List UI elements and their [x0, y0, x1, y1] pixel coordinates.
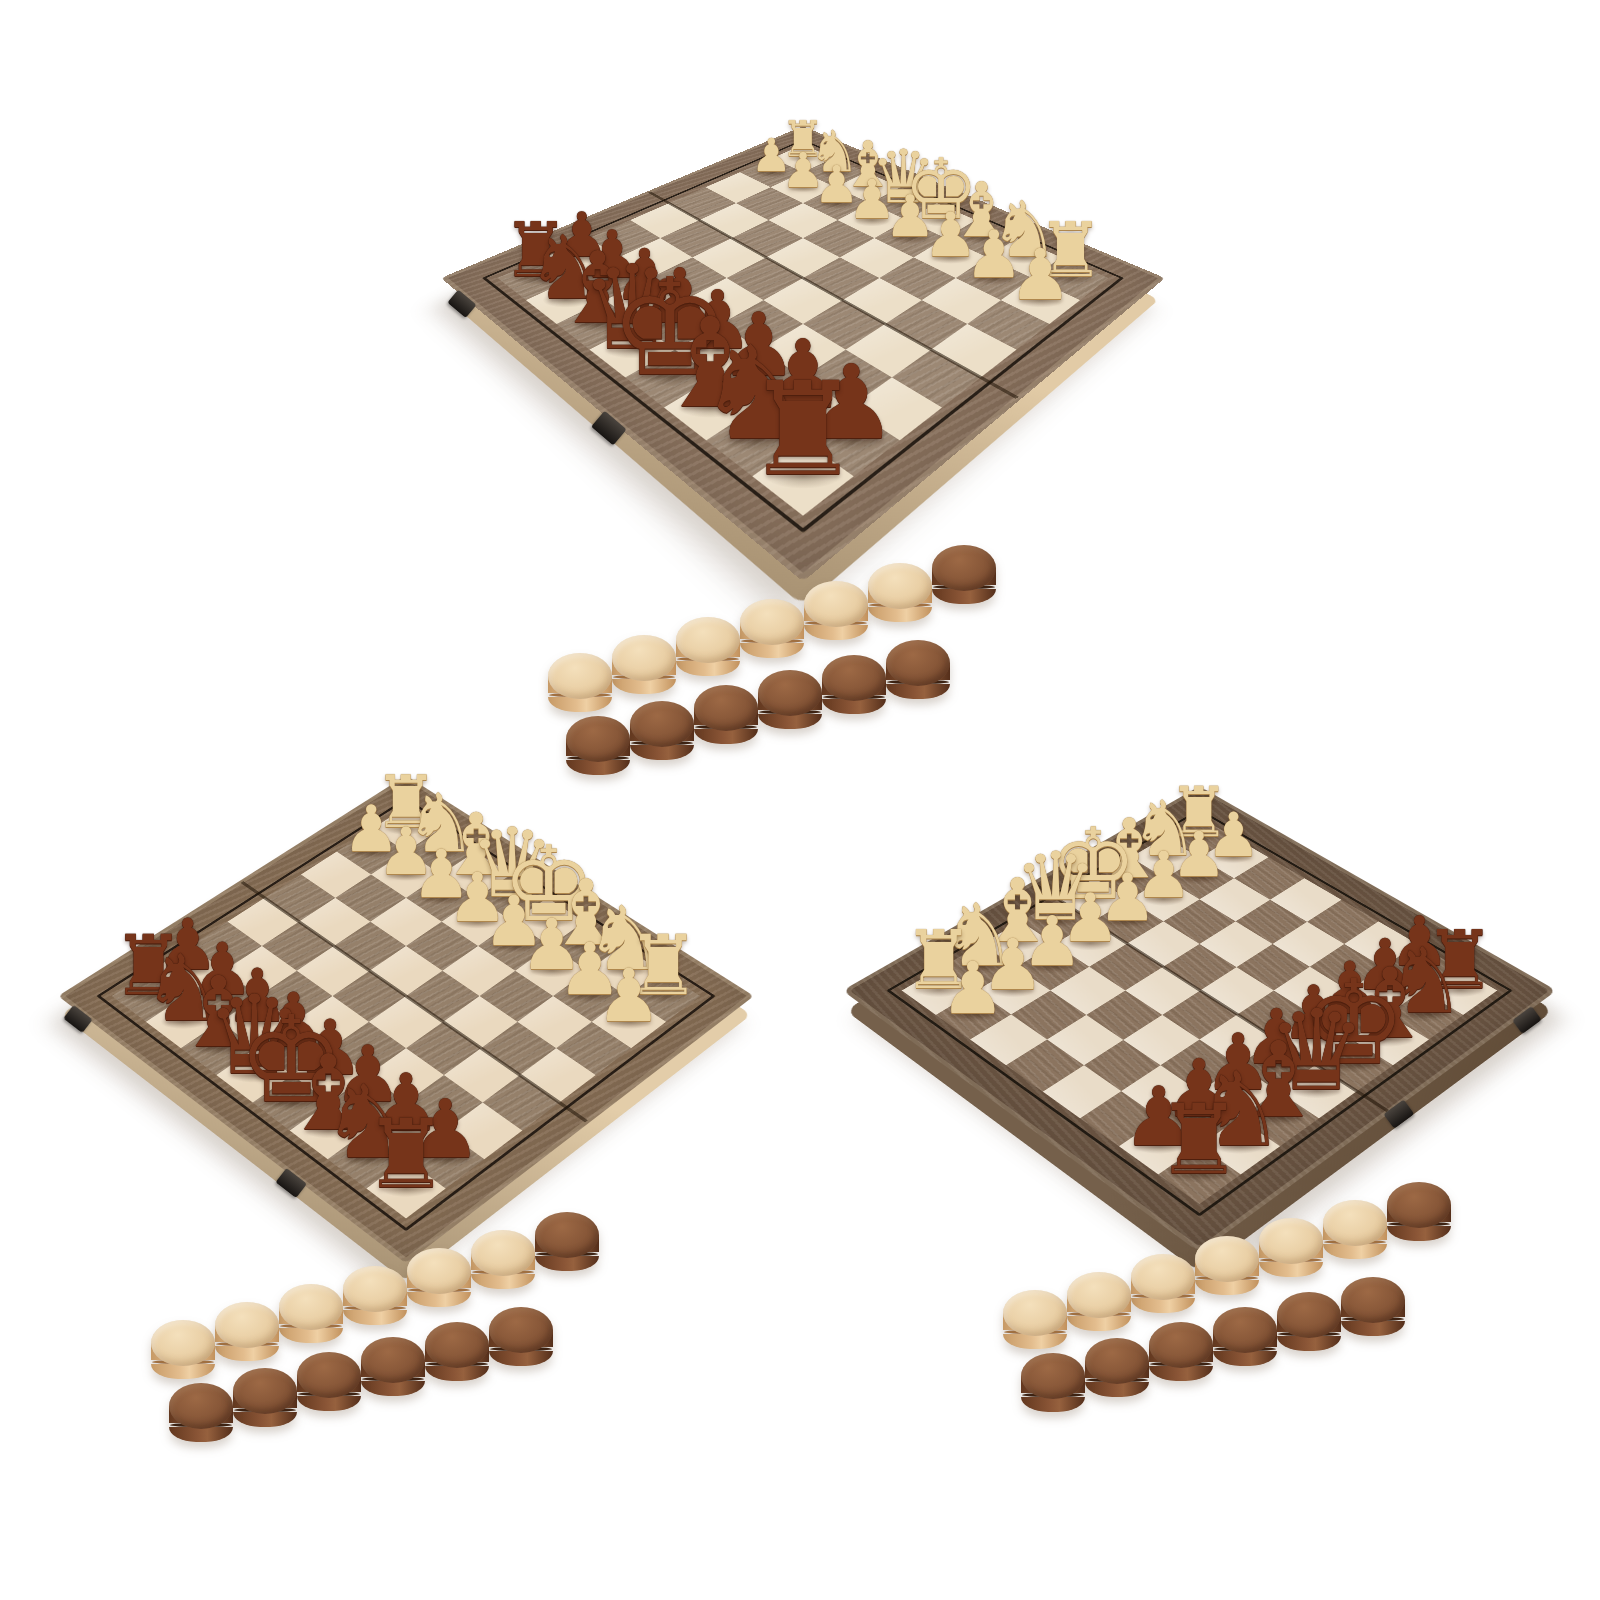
- checker-disc-top: [1323, 1200, 1387, 1246]
- checker-stack-dark: [1341, 1277, 1405, 1359]
- checker-disc-top: [343, 1266, 407, 1312]
- checker-disc-top: [233, 1368, 297, 1414]
- checker-disc-top: [169, 1383, 233, 1429]
- checker-disc-side: [151, 1364, 215, 1379]
- checker-disc-top: [676, 617, 740, 663]
- checker-stack-dark: [1277, 1292, 1341, 1374]
- chess-piece-light-pawn: ♟: [596, 959, 662, 1032]
- checker-disc-side: [343, 1310, 407, 1325]
- checker-stack-dark: [489, 1307, 553, 1389]
- checker-stack-dark: [297, 1352, 361, 1434]
- checker-disc-top: [548, 653, 612, 699]
- checker-disc-side: [676, 661, 740, 676]
- checker-disc-side: [297, 1396, 361, 1411]
- checker-disc-side: [1085, 1382, 1149, 1397]
- checker-disc-side: [407, 1292, 471, 1307]
- checker-stack-dark: [886, 640, 950, 722]
- checker-disc-top: [471, 1230, 535, 1276]
- checker-stack-light: [740, 599, 804, 681]
- checker-disc-top: [1131, 1254, 1195, 1300]
- checker-disc-side: [822, 699, 886, 714]
- checker-disc-side: [1341, 1321, 1405, 1336]
- checker-disc-top: [740, 599, 804, 645]
- checker-disc-side: [868, 607, 932, 622]
- checker-disc-top: [822, 655, 886, 701]
- checker-disc-top: [804, 581, 868, 627]
- checker-disc-side: [1323, 1244, 1387, 1259]
- checker-disc-top: [868, 563, 932, 609]
- checker-stack-light: [1259, 1218, 1323, 1300]
- checker-stack-dark: [932, 545, 996, 627]
- checker-disc-top: [1021, 1353, 1085, 1399]
- checker-stack-dark: [233, 1368, 297, 1450]
- checker-disc-side: [612, 679, 676, 694]
- checker-disc-top: [1213, 1307, 1277, 1353]
- checker-disc-top: [279, 1284, 343, 1330]
- checker-disc-side: [630, 745, 694, 760]
- checker-stack-light: [1323, 1200, 1387, 1282]
- checker-stack-dark: [1085, 1338, 1149, 1420]
- checker-stack-dark: [361, 1337, 425, 1419]
- checker-stack-dark: [1021, 1353, 1085, 1435]
- checker-disc-side: [489, 1351, 553, 1366]
- checker-disc-side: [425, 1366, 489, 1381]
- checker-disc-side: [169, 1427, 233, 1442]
- checker-disc-side: [1195, 1280, 1259, 1295]
- checker-disc-side: [548, 697, 612, 712]
- checker-disc-side: [694, 729, 758, 744]
- checker-disc-side: [279, 1328, 343, 1343]
- checker-disc-side: [1003, 1334, 1067, 1349]
- checker-disc-top: [612, 635, 676, 681]
- checker-disc-top: [630, 701, 694, 747]
- checker-disc-side: [1259, 1262, 1323, 1277]
- checker-disc-side: [535, 1256, 599, 1271]
- checker-disc-top: [151, 1320, 215, 1366]
- checker-stack-light: [868, 563, 932, 645]
- checker-disc-top: [1341, 1277, 1405, 1323]
- chess-piece-light-pawn: ♟: [941, 952, 1006, 1024]
- checker-stack-light: [804, 581, 868, 663]
- checker-disc-side: [566, 760, 630, 775]
- checker-stack-dark: [169, 1383, 233, 1465]
- checker-disc-top: [1195, 1236, 1259, 1282]
- checker-disc-top: [1277, 1292, 1341, 1338]
- checker-stack-light: [1195, 1236, 1259, 1318]
- checker-disc-top: [407, 1248, 471, 1294]
- checker-disc-side: [1149, 1366, 1213, 1381]
- checker-disc-side: [361, 1381, 425, 1396]
- chess-piece-light-pawn: ♟: [1009, 240, 1072, 310]
- checker-disc-side: [1277, 1336, 1341, 1351]
- checker-stack-dark: [630, 701, 694, 783]
- checker-stack-dark: [694, 685, 758, 767]
- checker-disc-top: [1259, 1218, 1323, 1264]
- checker-disc-side: [1021, 1397, 1085, 1412]
- checker-disc-side: [1067, 1316, 1131, 1331]
- chess-piece-dark-rook: ♜: [363, 1107, 448, 1202]
- checker-disc-side: [932, 589, 996, 604]
- chess-piece-dark-rook: ♜: [745, 365, 861, 494]
- checker-disc-top: [932, 545, 996, 591]
- checker-disc-side: [886, 684, 950, 699]
- checker-disc-top: [489, 1307, 553, 1353]
- checker-disc-side: [215, 1346, 279, 1361]
- checker-disc-top: [425, 1322, 489, 1368]
- checker-stack-dark: [425, 1322, 489, 1404]
- checker-stack-dark: [1387, 1182, 1451, 1264]
- checker-disc-side: [1213, 1351, 1277, 1366]
- checker-stack-dark: [535, 1212, 599, 1294]
- checker-disc-side: [804, 625, 868, 640]
- checker-disc-top: [1387, 1182, 1451, 1228]
- product-photo-canvas: ♜♞♝♛♚♝♞♜♟♟♟♟♟♟♟♟♟♟♟♟♟♟♟♟♜♞♝♛♚♝♞♜ ♜♞♝♛♚♝♞…: [0, 0, 1600, 1600]
- chess-piece-dark-rook: ♜: [1156, 1091, 1243, 1188]
- checker-disc-top: [758, 670, 822, 716]
- checker-stack-light: [407, 1248, 471, 1330]
- checker-disc-top: [1085, 1338, 1149, 1384]
- checker-disc-side: [758, 714, 822, 729]
- checker-stack-dark: [566, 716, 630, 798]
- checker-disc-side: [740, 643, 804, 658]
- checker-stack-dark: [1213, 1307, 1277, 1389]
- checker-disc-top: [1003, 1290, 1067, 1336]
- checker-disc-side: [1131, 1298, 1195, 1313]
- checker-stack-dark: [758, 670, 822, 752]
- checker-disc-top: [215, 1302, 279, 1348]
- checker-disc-top: [886, 640, 950, 686]
- checker-stack-dark: [822, 655, 886, 737]
- checker-disc-top: [566, 716, 630, 762]
- checker-stack-light: [471, 1230, 535, 1312]
- checker-disc-top: [361, 1337, 425, 1383]
- checker-stack-light: [343, 1266, 407, 1348]
- checker-disc-top: [535, 1212, 599, 1258]
- checker-disc-top: [1067, 1272, 1131, 1318]
- checker-stack-dark: [1149, 1322, 1213, 1404]
- checker-disc-side: [233, 1412, 297, 1427]
- checker-disc-side: [471, 1274, 535, 1289]
- checker-disc-side: [1387, 1226, 1451, 1241]
